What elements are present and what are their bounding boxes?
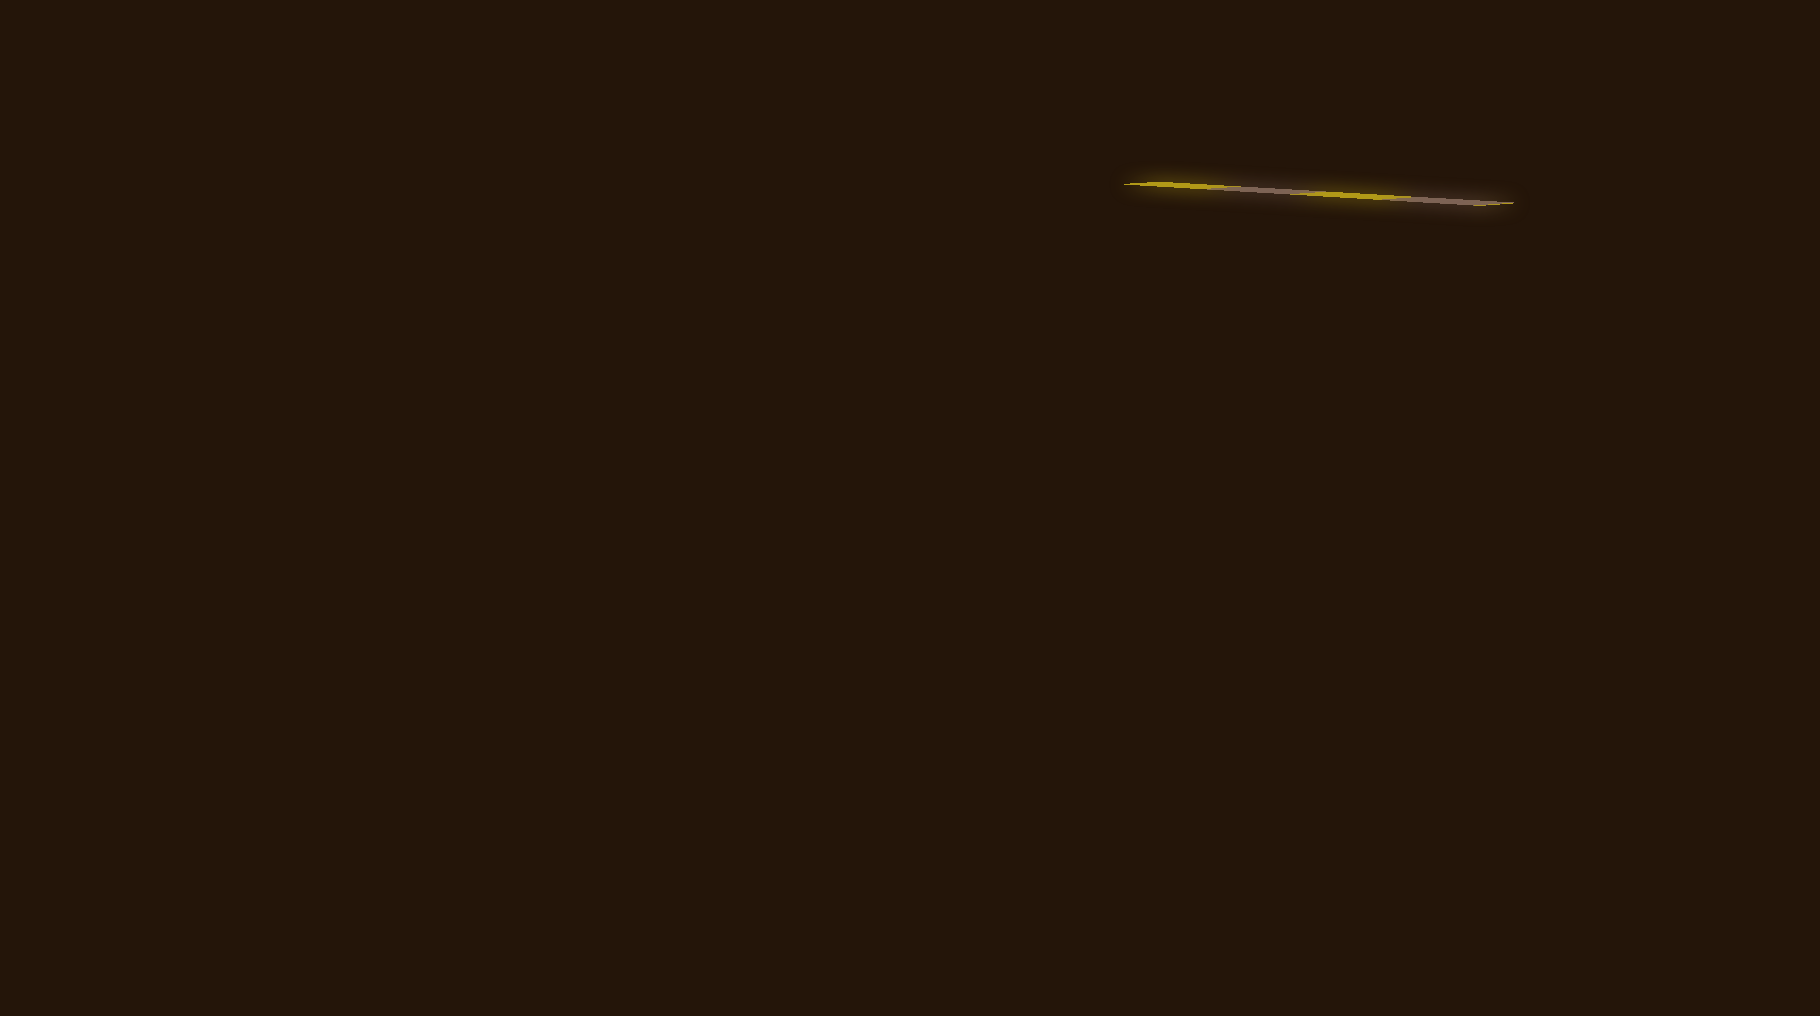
crown-blue-glint <box>905 245 975 340</box>
chessboard-scene <box>0 0 1820 1016</box>
chessboard-scene <box>0 0 1820 1016</box>
top-darkening-overlay <box>0 0 1820 1016</box>
depth-blur-far <box>0 0 1820 1016</box>
logo-background <box>1696 892 1820 1016</box>
chessboard-scene <box>0 0 1820 1016</box>
board-scratches <box>0 0 1820 1016</box>
warm-glow-right <box>0 0 1820 1016</box>
far-haze-overlay <box>0 0 1820 1016</box>
black-rook-rimlight: ♜ <box>806 161 1300 1016</box>
photo-stage: ♜ ♜ <box>0 0 1820 1016</box>
nn-logo <box>1696 892 1820 1016</box>
chessboard-plane <box>0 0 1820 845</box>
vignette-overlay <box>0 0 1820 1016</box>
warm-glow-left <box>0 0 1820 1016</box>
black-rook-piece: ♜ <box>813 164 1307 1016</box>
piece-contact-shadow <box>835 915 1305 1016</box>
chessboard-plane <box>0 0 1820 845</box>
logo-letter-n-black <box>1717 910 1763 996</box>
logo-letter-n-white <box>1745 910 1791 996</box>
chessboard-plane <box>0 0 1820 845</box>
depth-blur-mid <box>0 0 1820 1016</box>
base-blue-glint <box>858 742 958 882</box>
